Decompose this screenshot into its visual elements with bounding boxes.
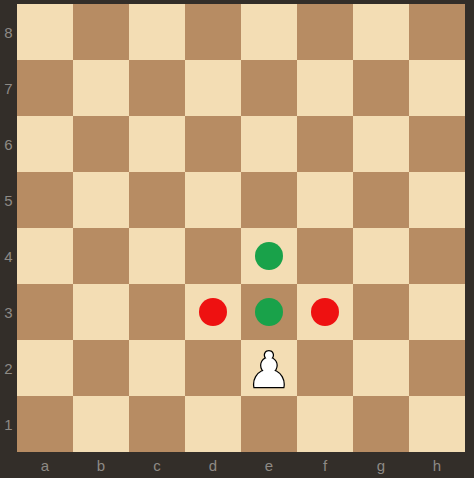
file-label-g: g	[353, 452, 409, 478]
file-label-c: c	[129, 452, 185, 478]
square-e2[interactable]: ♟	[241, 340, 297, 396]
rank-label-5: 5	[0, 172, 17, 228]
square-f7[interactable]	[297, 60, 353, 116]
rank-label-6: 6	[0, 116, 17, 172]
square-c5[interactable]	[129, 172, 185, 228]
rank-label-2: 2	[0, 340, 17, 396]
square-c4[interactable]	[129, 228, 185, 284]
square-e6[interactable]	[241, 116, 297, 172]
square-a4[interactable]	[17, 228, 73, 284]
square-e7[interactable]	[241, 60, 297, 116]
square-a7[interactable]	[17, 60, 73, 116]
rank-label-3: 3	[0, 284, 17, 340]
square-d2[interactable]	[185, 340, 241, 396]
square-f1[interactable]	[297, 396, 353, 452]
square-e4[interactable]	[241, 228, 297, 284]
legal-move-dot-e3[interactable]	[255, 298, 283, 326]
square-h6[interactable]	[409, 116, 465, 172]
square-c3[interactable]	[129, 284, 185, 340]
square-f3[interactable]	[297, 284, 353, 340]
square-h5[interactable]	[409, 172, 465, 228]
illegal-move-dot-d3[interactable]	[199, 298, 227, 326]
square-b2[interactable]	[73, 340, 129, 396]
file-label-d: d	[185, 452, 241, 478]
square-e3[interactable]	[241, 284, 297, 340]
square-a8[interactable]	[17, 4, 73, 60]
square-f8[interactable]	[297, 4, 353, 60]
square-a5[interactable]	[17, 172, 73, 228]
square-e5[interactable]	[241, 172, 297, 228]
square-c1[interactable]	[129, 396, 185, 452]
rank-labels: 87654321	[0, 4, 17, 452]
square-h7[interactable]	[409, 60, 465, 116]
square-d5[interactable]	[185, 172, 241, 228]
file-label-h: h	[409, 452, 465, 478]
square-b3[interactable]	[73, 284, 129, 340]
square-c8[interactable]	[129, 4, 185, 60]
rank-label-1: 1	[0, 396, 17, 452]
board: ♟	[17, 4, 465, 452]
square-h3[interactable]	[409, 284, 465, 340]
square-b7[interactable]	[73, 60, 129, 116]
square-e8[interactable]	[241, 4, 297, 60]
square-a2[interactable]	[17, 340, 73, 396]
square-c6[interactable]	[129, 116, 185, 172]
square-f2[interactable]	[297, 340, 353, 396]
square-b1[interactable]	[73, 396, 129, 452]
square-h4[interactable]	[409, 228, 465, 284]
file-label-f: f	[297, 452, 353, 478]
white-pawn[interactable]: ♟	[241, 340, 297, 396]
square-f5[interactable]	[297, 172, 353, 228]
square-f6[interactable]	[297, 116, 353, 172]
square-g4[interactable]	[353, 228, 409, 284]
square-g5[interactable]	[353, 172, 409, 228]
square-d4[interactable]	[185, 228, 241, 284]
square-a1[interactable]	[17, 396, 73, 452]
square-g1[interactable]	[353, 396, 409, 452]
square-b5[interactable]	[73, 172, 129, 228]
square-a6[interactable]	[17, 116, 73, 172]
file-label-b: b	[73, 452, 129, 478]
file-label-a: a	[17, 452, 73, 478]
square-a3[interactable]	[17, 284, 73, 340]
square-d3[interactable]	[185, 284, 241, 340]
square-h2[interactable]	[409, 340, 465, 396]
rank-label-7: 7	[0, 60, 17, 116]
square-g3[interactable]	[353, 284, 409, 340]
square-g7[interactable]	[353, 60, 409, 116]
square-e1[interactable]	[241, 396, 297, 452]
square-b4[interactable]	[73, 228, 129, 284]
square-d1[interactable]	[185, 396, 241, 452]
square-d8[interactable]	[185, 4, 241, 60]
rank-label-4: 4	[0, 228, 17, 284]
square-c2[interactable]	[129, 340, 185, 396]
legal-move-dot-e4[interactable]	[255, 242, 283, 270]
square-b8[interactable]	[73, 4, 129, 60]
rank-label-8: 8	[0, 4, 17, 60]
square-g6[interactable]	[353, 116, 409, 172]
chess-app-stage: 87654321 ♟ abcdefgh	[0, 0, 474, 478]
square-f4[interactable]	[297, 228, 353, 284]
square-h8[interactable]	[409, 4, 465, 60]
white-pawn-glyph: ♟	[247, 342, 291, 397]
square-d6[interactable]	[185, 116, 241, 172]
square-g8[interactable]	[353, 4, 409, 60]
square-c7[interactable]	[129, 60, 185, 116]
file-labels: abcdefgh	[17, 452, 465, 478]
square-b6[interactable]	[73, 116, 129, 172]
square-d7[interactable]	[185, 60, 241, 116]
square-g2[interactable]	[353, 340, 409, 396]
file-label-e: e	[241, 452, 297, 478]
square-h1[interactable]	[409, 396, 465, 452]
illegal-move-dot-f3[interactable]	[311, 298, 339, 326]
